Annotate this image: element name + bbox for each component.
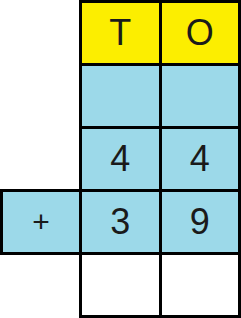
addend2-cell-tens: 3 bbox=[82, 192, 159, 252]
header-cell-tens: T bbox=[82, 3, 159, 63]
addend1-cell-ones: 4 bbox=[162, 129, 239, 189]
answer-cell-ones[interactable] bbox=[162, 255, 239, 315]
place-value-table: T O 4 4 3 9 bbox=[79, 0, 241, 318]
header-cell-ones: O bbox=[162, 3, 239, 63]
carry-cell-tens[interactable] bbox=[82, 66, 159, 126]
plus-sign: + bbox=[32, 207, 50, 237]
addend2-cell-ones: 9 bbox=[162, 192, 239, 252]
addend1-cell-tens: 4 bbox=[82, 129, 159, 189]
carry-cell-ones[interactable] bbox=[162, 66, 239, 126]
addition-worksheet-board: T O 4 4 3 9 + bbox=[0, 0, 241, 318]
plus-operator-cell: + bbox=[0, 189, 82, 255]
answer-cell-tens[interactable] bbox=[82, 255, 159, 315]
